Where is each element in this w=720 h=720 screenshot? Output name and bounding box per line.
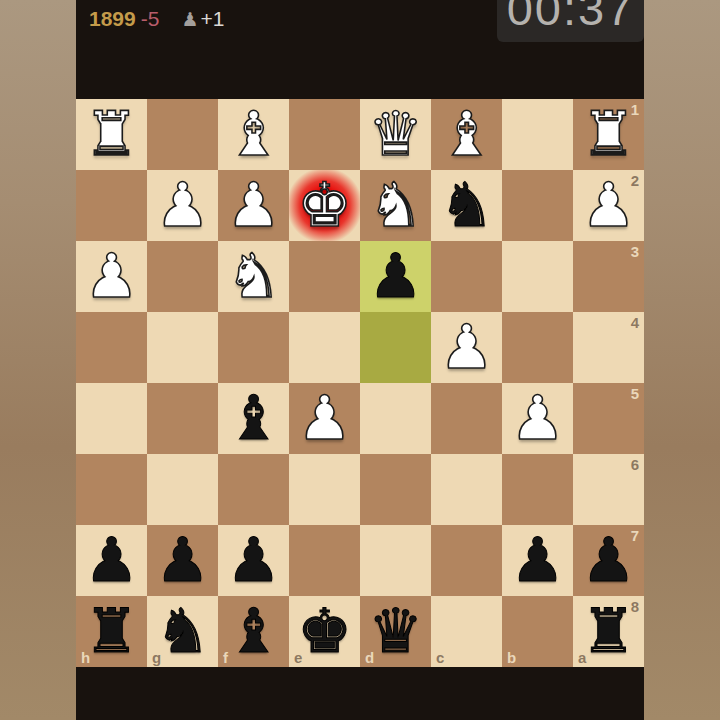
square-b3[interactable] (502, 241, 573, 312)
bottom-bar (76, 667, 644, 720)
coord-file-a: a (578, 650, 586, 665)
piece-white-pawn[interactable]: ♟ (431, 312, 502, 383)
square-h4[interactable] (76, 312, 147, 383)
pawn-icon: ♟ (181, 7, 198, 31)
material-advantage-group: ♟ +1 (181, 7, 224, 31)
piece-black-pawn[interactable]: ♟ (502, 525, 573, 596)
square-a5[interactable]: 5 (573, 383, 644, 454)
square-c1[interactable]: ♝ (431, 99, 502, 170)
square-b7[interactable]: ♟ (502, 525, 573, 596)
coord-file-d: d (365, 650, 374, 665)
square-c2[interactable]: ♞ (431, 170, 502, 241)
coord-file-c: c (436, 650, 444, 665)
square-e5[interactable]: ♟ (289, 383, 360, 454)
square-g7[interactable]: ♟ (147, 525, 218, 596)
coord-file-f: f (223, 650, 228, 665)
square-d2[interactable]: ♞ (360, 170, 431, 241)
coord-rank-3: 3 (631, 244, 639, 259)
opponent-stats: 1899 -5 ♟ +1 (89, 7, 224, 31)
opponent-info-bar: 1899 -5 ♟ +1 00:37 (76, 0, 644, 99)
square-b5[interactable]: ♟ (502, 383, 573, 454)
piece-black-pawn[interactable]: ♟ (147, 525, 218, 596)
clock-time: 00:37 (507, 0, 635, 42)
square-h5[interactable] (76, 383, 147, 454)
square-c8[interactable]: c (431, 596, 502, 667)
square-c4[interactable]: ♟ (431, 312, 502, 383)
piece-black-bishop[interactable]: ♝ (218, 596, 289, 667)
piece-white-queen[interactable]: ♛ (360, 99, 431, 170)
square-e1[interactable] (289, 99, 360, 170)
piece-white-pawn[interactable]: ♟ (502, 383, 573, 454)
piece-black-pawn[interactable]: ♟ (76, 525, 147, 596)
square-g6[interactable] (147, 454, 218, 525)
square-a8[interactable]: ♜8a (573, 596, 644, 667)
coord-rank-1: 1 (631, 102, 639, 117)
coord-rank-7: 7 (631, 528, 639, 543)
piece-white-knight[interactable]: ♞ (218, 241, 289, 312)
piece-white-knight[interactable]: ♞ (360, 170, 431, 241)
coord-rank-5: 5 (631, 386, 639, 401)
square-d1[interactable]: ♛ (360, 99, 431, 170)
rating-change: -5 (141, 7, 160, 31)
piece-white-bishop[interactable]: ♝ (431, 99, 502, 170)
square-f4[interactable] (218, 312, 289, 383)
square-a6[interactable]: 6 (573, 454, 644, 525)
square-a7[interactable]: ♟7 (573, 525, 644, 596)
coord-rank-6: 6 (631, 457, 639, 472)
material-advantage: +1 (200, 7, 224, 31)
square-h6[interactable] (76, 454, 147, 525)
app-background: 1899 -5 ♟ +1 00:37 ♜♝♛♝♜1♟♟♚♞♞♟2♟♞♟3♟4♝♟… (0, 0, 720, 720)
opponent-rating: 1899 (89, 7, 136, 31)
square-h3[interactable]: ♟ (76, 241, 147, 312)
square-f5[interactable]: ♝ (218, 383, 289, 454)
square-b8[interactable]: b (502, 596, 573, 667)
coord-rank-4: 4 (631, 315, 639, 330)
piece-white-king[interactable]: ♚ (289, 170, 360, 241)
piece-white-pawn[interactable]: ♟ (147, 170, 218, 241)
coord-rank-8: 8 (631, 599, 639, 614)
square-h7[interactable]: ♟ (76, 525, 147, 596)
square-d3[interactable]: ♟ (360, 241, 431, 312)
square-e8[interactable]: ♚e (289, 596, 360, 667)
square-h1[interactable]: ♜ (76, 99, 147, 170)
coord-file-e: e (294, 650, 302, 665)
square-d4[interactable] (360, 312, 431, 383)
square-b4[interactable] (502, 312, 573, 383)
square-d5[interactable] (360, 383, 431, 454)
square-a3[interactable]: 3 (573, 241, 644, 312)
piece-black-pawn[interactable]: ♟ (360, 241, 431, 312)
piece-white-rook[interactable]: ♜ (76, 99, 147, 170)
square-c6[interactable] (431, 454, 502, 525)
piece-white-pawn[interactable]: ♟ (76, 241, 147, 312)
coord-file-g: g (152, 650, 161, 665)
square-c5[interactable] (431, 383, 502, 454)
square-e7[interactable] (289, 525, 360, 596)
square-g8[interactable]: ♞g (147, 596, 218, 667)
square-b1[interactable] (502, 99, 573, 170)
square-b2[interactable] (502, 170, 573, 241)
square-c3[interactable] (431, 241, 502, 312)
square-g1[interactable] (147, 99, 218, 170)
square-a4[interactable]: 4 (573, 312, 644, 383)
square-d7[interactable] (360, 525, 431, 596)
piece-white-bishop[interactable]: ♝ (218, 99, 289, 170)
square-c7[interactable] (431, 525, 502, 596)
square-g5[interactable] (147, 383, 218, 454)
game-column: 1899 -5 ♟ +1 00:37 ♜♝♛♝♜1♟♟♚♞♞♟2♟♞♟3♟4♝♟… (76, 0, 644, 720)
piece-black-bishop[interactable]: ♝ (218, 383, 289, 454)
square-d8[interactable]: ♛d (360, 596, 431, 667)
square-b6[interactable] (502, 454, 573, 525)
square-f1[interactable]: ♝ (218, 99, 289, 170)
piece-white-pawn[interactable]: ♟ (289, 383, 360, 454)
chess-board[interactable]: ♜♝♛♝♜1♟♟♚♞♞♟2♟♞♟3♟4♝♟♟56♟♟♟♟♟7♜h♞g♝f♚e♛d… (76, 99, 644, 667)
square-e2[interactable]: ♚ (289, 170, 360, 241)
piece-black-knight[interactable]: ♞ (431, 170, 502, 241)
piece-white-pawn[interactable]: ♟ (218, 170, 289, 241)
square-h8[interactable]: ♜h (76, 596, 147, 667)
square-g4[interactable] (147, 312, 218, 383)
square-f6[interactable] (218, 454, 289, 525)
square-e3[interactable] (289, 241, 360, 312)
square-a2[interactable]: ♟2 (573, 170, 644, 241)
square-g2[interactable]: ♟ (147, 170, 218, 241)
coord-file-b: b (507, 650, 516, 665)
piece-black-pawn[interactable]: ♟ (218, 525, 289, 596)
square-h2[interactable] (76, 170, 147, 241)
coord-rank-2: 2 (631, 173, 639, 188)
square-f7[interactable]: ♟ (218, 525, 289, 596)
square-f3[interactable]: ♞ (218, 241, 289, 312)
square-d6[interactable] (360, 454, 431, 525)
square-f8[interactable]: ♝f (218, 596, 289, 667)
square-f2[interactable]: ♟ (218, 170, 289, 241)
opponent-clock: 00:37 (497, 0, 644, 42)
square-g3[interactable] (147, 241, 218, 312)
square-a1[interactable]: ♜1 (573, 99, 644, 170)
square-e4[interactable] (289, 312, 360, 383)
coord-file-h: h (81, 650, 90, 665)
square-e6[interactable] (289, 454, 360, 525)
